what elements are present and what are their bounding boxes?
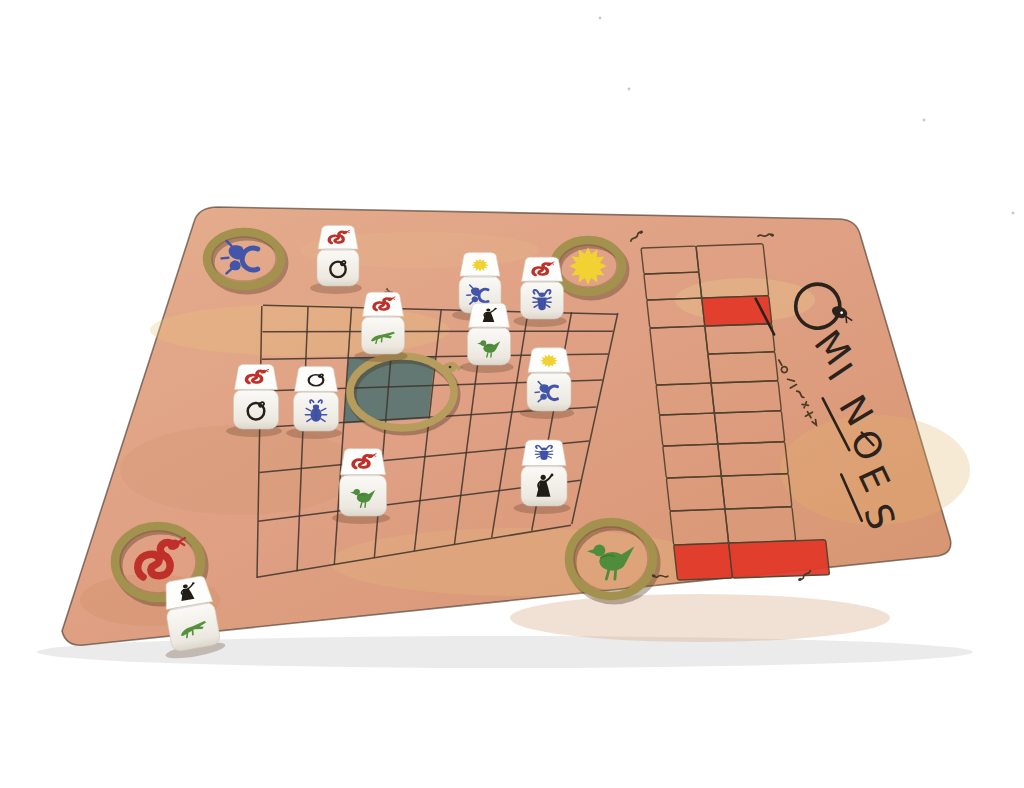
score-cell-4[interactable] xyxy=(666,476,725,511)
die-top-face xyxy=(522,440,566,466)
score-cell-17[interactable] xyxy=(714,411,784,444)
ominoes-board-photo: Ominoes (Egyptian-themed dice placement … xyxy=(0,0,1024,788)
die-top-face xyxy=(235,364,278,389)
die-front-face xyxy=(362,316,405,354)
die-top-face xyxy=(341,449,386,475)
grid-cell-r6c5[interactable] xyxy=(419,453,465,501)
die-top-face xyxy=(460,252,500,276)
grid-cell-r7c2[interactable] xyxy=(296,511,339,571)
score-cell-16[interactable] xyxy=(711,381,781,413)
die-top-face xyxy=(528,348,570,373)
die-top-face xyxy=(363,292,404,316)
score-cell-19[interactable] xyxy=(721,474,792,509)
die-front-face xyxy=(521,281,564,319)
score-cell-start[interactable] xyxy=(674,543,733,580)
score-cell-blank[interactable] xyxy=(670,509,729,545)
grid-cell-r7c1[interactable] xyxy=(257,516,299,578)
grid-cell-r2c1[interactable] xyxy=(262,330,306,358)
grid-cell-r2c2[interactable] xyxy=(305,331,350,358)
score-cell-6[interactable] xyxy=(659,413,717,446)
board-scene: MINOES xyxy=(0,0,1024,788)
score-cell-10[interactable] xyxy=(644,272,702,300)
grid-cell-r2c8[interactable] xyxy=(565,332,613,355)
score-cell-20[interactable] xyxy=(725,507,796,543)
dust-speck xyxy=(1012,212,1015,215)
score-cell-14[interactable] xyxy=(705,324,775,354)
grid-cell-r6c2[interactable] xyxy=(299,464,342,516)
dust-speck xyxy=(923,119,926,122)
grid-cell-r1c1[interactable] xyxy=(262,306,307,331)
grid-cell-r6c6[interactable] xyxy=(460,449,507,495)
score-cell-18[interactable] xyxy=(718,442,789,476)
die-top-face xyxy=(318,225,358,249)
grid-cell-r7c5[interactable] xyxy=(414,495,460,551)
grid-cell-r4c6[interactable] xyxy=(470,382,517,416)
die-front-face xyxy=(165,601,221,652)
grid-cell-r1c8[interactable] xyxy=(569,312,617,332)
score-cell-7[interactable] xyxy=(656,383,714,415)
die-front-face xyxy=(317,249,359,286)
die-front-face xyxy=(521,466,567,506)
mat-stain xyxy=(510,594,890,642)
dust-speck xyxy=(599,17,602,20)
score-cell-21[interactable] xyxy=(729,540,830,578)
die-front-face xyxy=(294,391,339,431)
die-top-face xyxy=(295,366,338,391)
die-front-face xyxy=(234,389,279,429)
score-cell-5[interactable] xyxy=(663,444,722,478)
die-top-face xyxy=(522,257,563,281)
die-front-face xyxy=(527,372,571,411)
die-front-face xyxy=(468,327,511,365)
grid-cell-r5c6[interactable] xyxy=(465,413,512,453)
grid-cell-r1c2[interactable] xyxy=(306,307,351,331)
score-cell-12[interactable] xyxy=(696,244,769,298)
score-cell-8[interactable] xyxy=(650,326,711,385)
score-cell-11[interactable] xyxy=(641,246,699,274)
score-cell-9[interactable] xyxy=(647,298,705,328)
die-front-face xyxy=(340,475,387,516)
score-cell-15[interactable] xyxy=(708,352,778,383)
grid-cell-r6c1[interactable] xyxy=(258,468,300,521)
die-top-face xyxy=(469,303,510,327)
grid-cell-r4c4[interactable] xyxy=(386,385,432,421)
dust-speck xyxy=(628,88,631,91)
